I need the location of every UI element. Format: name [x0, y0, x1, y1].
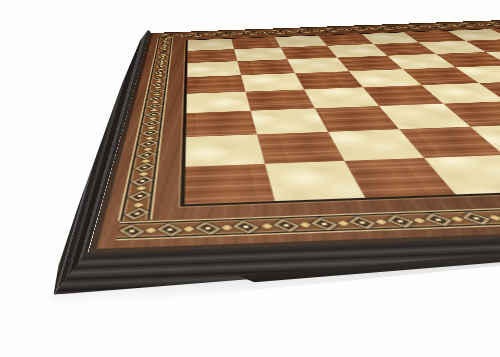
- inlay-diamond-icon: [136, 151, 156, 159]
- inlay-diamond-icon: [226, 33, 237, 35]
- field-pinstripe-border: [180, 27, 500, 207]
- inlay-diamond-icon: [349, 216, 375, 228]
- inlay-dot-icon: [489, 214, 500, 220]
- inlay-diamond-icon: [490, 23, 500, 25]
- inlay-border-left: [120, 38, 172, 221]
- inlay-diamond-icon: [375, 27, 386, 29]
- inlay-dot-icon: [222, 224, 234, 230]
- inlay-dot-icon: [135, 186, 146, 191]
- photo-background: [0, 0, 500, 357]
- inlay-diamond-icon: [210, 33, 221, 35]
- inlay-diamond-icon: [196, 221, 221, 234]
- chess-board: [88, 18, 500, 253]
- inlay-diamond-icon: [358, 28, 369, 30]
- inlay-dot-icon: [142, 147, 151, 151]
- inlay-diamond-icon: [141, 130, 159, 137]
- square-a3: [186, 111, 257, 137]
- inlay-diamond-icon: [272, 219, 298, 231]
- inlay-dot-icon: [451, 216, 463, 222]
- inlay-dot-icon: [375, 218, 387, 224]
- inlay-dot-icon: [138, 172, 148, 176]
- board-photo: [0, 0, 500, 357]
- inlay-diamond-icon: [243, 32, 254, 34]
- inlay-diamond-icon: [391, 26, 402, 28]
- square-a2: [185, 135, 264, 167]
- inlay-dot-icon: [298, 221, 310, 227]
- inlay-diamond-icon: [425, 213, 451, 225]
- inlay-dot-icon: [145, 227, 157, 233]
- inlay-diamond-icon: [124, 208, 148, 220]
- square-a1: [185, 164, 275, 204]
- inlay-diamond-icon: [234, 220, 259, 232]
- inlay-diamond-icon: [131, 177, 153, 187]
- inlay-dot-icon: [260, 223, 272, 229]
- inlay-diamond-icon: [158, 223, 183, 236]
- inlay-dot-icon: [413, 217, 425, 223]
- inlay-diamond-icon: [387, 215, 413, 227]
- inlay-dot-icon: [144, 136, 153, 139]
- inlay-diamond-icon: [133, 163, 154, 172]
- inlay-diamond-icon: [138, 140, 157, 147]
- inlay-diamond-icon: [128, 191, 151, 202]
- inlay-diamond-icon: [463, 212, 490, 224]
- inlay-diamond-icon: [311, 217, 337, 229]
- playing-field: [185, 28, 500, 205]
- inlay-dot-icon: [336, 220, 348, 226]
- inlay-dot-icon: [132, 202, 143, 207]
- inlay-diamond-icon: [474, 23, 486, 25]
- square-a4: [186, 91, 250, 113]
- square-b4: [245, 89, 314, 111]
- inlay-diamond-icon: [120, 224, 145, 237]
- inlay-diamond-icon: [342, 28, 353, 30]
- perspective-stage: [0, 0, 500, 357]
- inlay-dot-icon: [140, 159, 150, 163]
- inlay-dot-icon: [184, 225, 196, 231]
